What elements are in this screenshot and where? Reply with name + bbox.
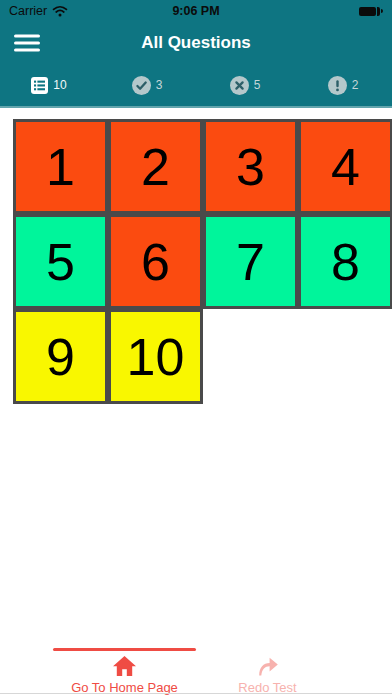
filter-all-questions[interactable]: 10 [0, 77, 98, 94]
exclamation-circle-icon [328, 76, 347, 95]
wrong-count: 5 [254, 78, 261, 92]
list-icon [31, 77, 48, 94]
question-tile-6[interactable]: 6 [108, 214, 203, 309]
redo-arrow-icon [256, 655, 279, 677]
question-tile-10[interactable]: 10 [108, 309, 203, 404]
summary-toolbar: 10 3 5 2 [0, 64, 392, 108]
tab-go-home[interactable]: Go To Home Page [53, 648, 196, 695]
menu-icon[interactable] [14, 35, 40, 52]
battery-cap [377, 7, 380, 16]
tab-redo-test[interactable]: Redo Test [196, 648, 339, 695]
battery-icon [359, 7, 384, 16]
filter-wrong[interactable]: 5 [196, 76, 294, 95]
question-tile-4[interactable]: 4 [298, 119, 392, 214]
status-bar: Carrier 9:06 PM [0, 0, 392, 22]
filter-correct[interactable]: 3 [98, 76, 196, 95]
cross-circle-icon [230, 76, 249, 95]
question-tile-2[interactable]: 2 [108, 119, 203, 214]
battery-fill [359, 7, 376, 16]
app-screen: Carrier 9:06 PM All Questions [0, 0, 392, 696]
filter-flagged[interactable]: 2 [294, 76, 392, 95]
bottom-tab-bar: Go To Home Page Redo Test [0, 640, 392, 696]
correct-count: 3 [156, 78, 163, 92]
question-tile-7[interactable]: 7 [203, 214, 298, 309]
carrier-label: Carrier [9, 4, 47, 18]
question-tile-9[interactable]: 9 [13, 309, 108, 404]
all-count: 10 [53, 78, 66, 92]
battery-nub [381, 9, 383, 13]
question-tile-8[interactable]: 8 [298, 214, 392, 309]
bottom-divider [0, 693, 392, 694]
question-tile-3[interactable]: 3 [203, 119, 298, 214]
question-tile-5[interactable]: 5 [13, 214, 108, 309]
tab-group: Go To Home Page Redo Test [53, 648, 339, 695]
page-title: All Questions [141, 33, 251, 53]
question-grid: 1 2 3 4 5 6 7 8 9 10 [13, 119, 392, 404]
flagged-count: 2 [352, 78, 359, 92]
questions-area: 1 2 3 4 5 6 7 8 9 10 [0, 108, 392, 404]
home-icon [112, 655, 137, 677]
question-tile-1[interactable]: 1 [13, 119, 108, 214]
carrier-group: Carrier [9, 4, 68, 18]
wifi-icon [52, 5, 68, 17]
check-circle-icon [132, 76, 151, 95]
navigation-bar: All Questions [0, 22, 392, 64]
